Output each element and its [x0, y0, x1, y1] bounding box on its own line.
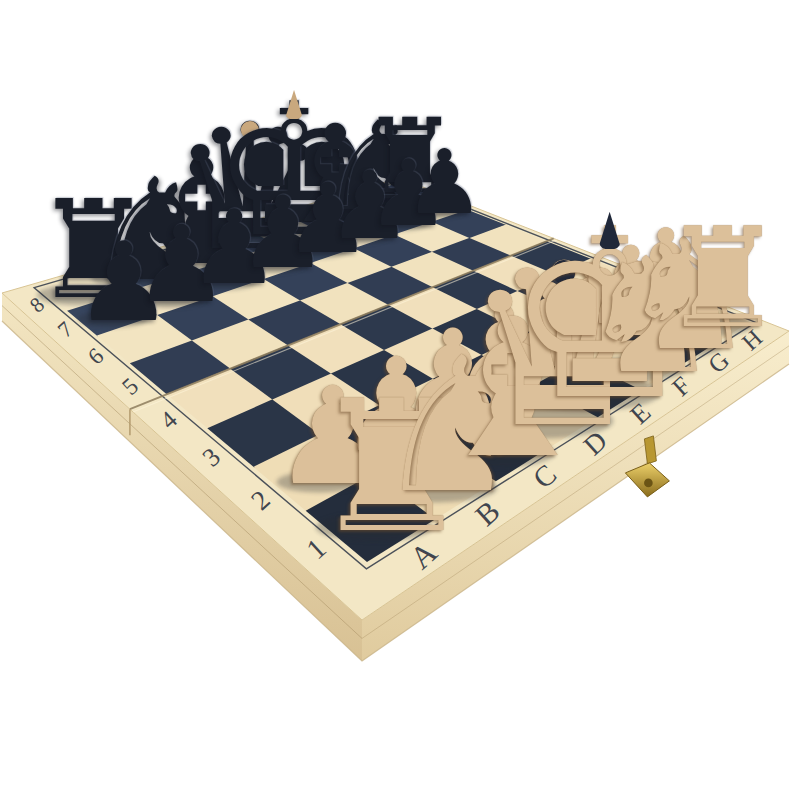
piece-black-pawn-h7[interactable]: ♟ — [400, 138, 489, 227]
latch-keyhole — [644, 479, 653, 488]
product-photo: 87654321ABCDEFGH ♜♞♝♛♚♝♞♜♟♟♟♟♟♟♟♟♟♟♟♟♟♟♟… — [0, 0, 800, 800]
rook-glyph: ♜ — [661, 210, 785, 348]
piece-white-rook-h1[interactable]: ♜ — [654, 210, 792, 348]
pawn-glyph: ♟ — [405, 138, 485, 227]
